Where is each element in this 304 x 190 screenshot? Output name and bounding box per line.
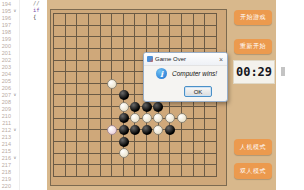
gutter-row: 196 xyxy=(0,14,20,21)
stone-black xyxy=(165,125,175,135)
gutter-row: 220 xyxy=(0,182,20,189)
line-number: 215 xyxy=(0,148,11,154)
fold-chevron-icon[interactable]: ∨ xyxy=(11,7,19,14)
stone-white xyxy=(153,125,163,135)
start-game-button[interactable]: 开始游戏 xyxy=(234,10,272,25)
line-number: 197 xyxy=(0,22,11,28)
gutter-row: 212∨ xyxy=(0,126,20,133)
gutter-row: 215 xyxy=(0,147,20,154)
line-number: 212 xyxy=(0,127,11,133)
line-number: 205 xyxy=(0,78,11,84)
gutter-row: 208 xyxy=(0,98,20,105)
stone-black xyxy=(153,102,163,112)
stone-white xyxy=(142,113,152,123)
line-number: 208 xyxy=(0,99,11,105)
stone-white xyxy=(177,113,187,123)
fold-chevron-icon[interactable]: ∨ xyxy=(11,154,19,161)
fold-chevron-icon[interactable]: ∨ xyxy=(11,126,19,133)
line-number: 201 xyxy=(0,50,11,56)
ok-button[interactable]: OK xyxy=(184,86,212,97)
gutter-row: 207∨ xyxy=(0,91,20,98)
stone-white xyxy=(130,113,140,123)
stone-white xyxy=(107,79,117,89)
line-number: 204 xyxy=(0,71,11,77)
line-number: 217 xyxy=(0,162,11,168)
close-icon[interactable]: × xyxy=(218,56,224,63)
gutter-row: 198 xyxy=(0,28,20,35)
app-icon xyxy=(147,56,153,62)
info-icon: i xyxy=(156,68,167,79)
dialog-message: Computer wins! xyxy=(172,70,217,77)
gutter-row: 216∨ xyxy=(0,154,20,161)
stone-pink xyxy=(107,125,117,135)
gutter-row: 219 xyxy=(0,175,20,182)
line-number: 211 xyxy=(0,120,11,126)
line-number: 214 xyxy=(0,141,11,147)
restart-button[interactable]: 重新开始 xyxy=(234,39,272,54)
stone-white xyxy=(153,113,163,123)
line-number: 219 xyxy=(0,176,11,182)
line-number: 199 xyxy=(0,36,11,42)
code-token: { xyxy=(33,14,36,21)
gutter-row: 201 xyxy=(0,49,20,56)
line-number: 196 xyxy=(0,15,11,21)
line-number: 216 xyxy=(0,155,11,161)
line-number: 194 xyxy=(0,1,11,7)
gutter-row: 209 xyxy=(0,105,20,112)
line-number: 195 xyxy=(0,8,11,14)
timer-display: 00:29 xyxy=(233,60,275,84)
line-number: 218 xyxy=(0,169,11,175)
line-number: 213 xyxy=(0,134,11,140)
line-number-gutter: 194195∨196197198199200201202203204205206… xyxy=(0,0,20,189)
line-number: 200 xyxy=(0,43,11,49)
stone-black xyxy=(142,102,152,112)
gutter-row: 205 xyxy=(0,77,20,84)
stone-black xyxy=(130,125,140,135)
gutter-row: 197 xyxy=(0,21,20,28)
scrollbar-thumb[interactable] xyxy=(281,67,285,76)
stone-black xyxy=(130,102,140,112)
gutter-row: 214 xyxy=(0,140,20,147)
gutter-row: 218 xyxy=(0,168,20,175)
stone-black xyxy=(142,125,152,135)
fold-chevron-icon[interactable]: ∨ xyxy=(11,91,19,98)
code-token: // xyxy=(33,0,40,7)
line-number: 210 xyxy=(0,113,11,119)
gutter-row: 217 xyxy=(0,161,20,168)
gutter-row: 211 xyxy=(0,119,20,126)
stone-black xyxy=(119,137,129,147)
gutter-row: 206 xyxy=(0,84,20,91)
dialog-body: i Computer wins! OK xyxy=(144,66,227,102)
dialog-title: Game Over xyxy=(155,56,218,62)
gutter-row: 213 xyxy=(0,133,20,140)
gutter-row: 210 xyxy=(0,112,20,119)
line-number: 207 xyxy=(0,92,11,98)
gutter-row: 203 xyxy=(0,63,20,70)
line-number: 209 xyxy=(0,106,11,112)
stone-white xyxy=(119,148,129,158)
line-number: 206 xyxy=(0,85,11,91)
stone-white xyxy=(165,113,175,123)
gutter-row: 194 xyxy=(0,0,20,7)
gutter-row: 195∨ xyxy=(0,7,20,14)
pvp-mode-button[interactable]: 双人模式 xyxy=(234,163,272,179)
line-number: 198 xyxy=(0,29,11,35)
pve-mode-button[interactable]: 人机模式 xyxy=(234,139,272,155)
stone-black xyxy=(119,90,129,100)
game-over-dialog: Game Over × i Computer wins! OK xyxy=(143,52,228,102)
gutter-row: 199 xyxy=(0,35,20,42)
line-number: 203 xyxy=(0,64,11,70)
stone-white xyxy=(119,102,129,112)
line-number: 220 xyxy=(0,183,11,189)
line-number: 202 xyxy=(0,57,11,63)
gutter-row: 200 xyxy=(0,42,20,49)
dialog-title-bar[interactable]: Game Over × xyxy=(144,53,227,66)
screen: 194195∨196197198199200201202203204205206… xyxy=(0,0,304,190)
stone-black xyxy=(119,125,129,135)
gutter-row: 204 xyxy=(0,70,20,77)
stone-black xyxy=(119,113,129,123)
code-token: if xyxy=(33,7,40,14)
gutter-row: 202 xyxy=(0,56,20,63)
